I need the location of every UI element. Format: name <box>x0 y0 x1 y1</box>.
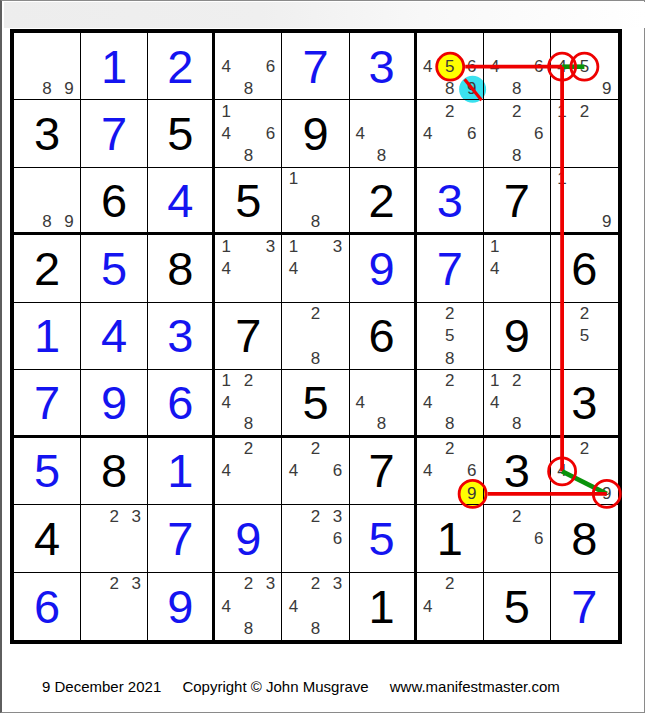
candidate-6 <box>259 257 281 279</box>
cell-r5c2[interactable]: 4 <box>81 303 148 370</box>
cell-r1c1[interactable]: 89 <box>14 33 81 100</box>
cell-r3c2[interactable]: 6 <box>81 168 148 235</box>
candidate-grid: 258 <box>417 303 483 369</box>
cell-value: 1 <box>101 43 127 90</box>
candidate-1 <box>215 573 237 595</box>
candidate-grid: 25 <box>551 303 618 369</box>
candidate-9 <box>528 280 550 302</box>
candidate-9: 9 <box>58 211 80 232</box>
cell-r1c7[interactable]: 45689 <box>417 33 484 100</box>
candidate-6 <box>327 257 349 279</box>
cell-r4c7[interactable]: 7 <box>417 235 484 302</box>
cell-r7c9[interactable]: 249 <box>551 438 618 505</box>
cell-r2c3[interactable]: 5 <box>148 100 215 167</box>
candidate-3 <box>596 168 618 189</box>
candidate-5 <box>36 55 58 77</box>
cell-r2c4[interactable]: 1468 <box>215 100 282 167</box>
cell-r9c8[interactable]: 5 <box>484 573 551 640</box>
candidate-3 <box>528 100 550 122</box>
candidate-8 <box>439 618 461 640</box>
candidate-1 <box>551 303 573 325</box>
cell-r9c1[interactable]: 6 <box>14 573 81 640</box>
candidate-8 <box>237 280 259 302</box>
candidate-8 <box>573 482 595 504</box>
candidate-7 <box>215 482 237 504</box>
candidate-6: 6 <box>259 123 281 145</box>
candidate-5 <box>237 460 259 482</box>
cell-value: 7 <box>101 110 127 157</box>
candidate-2: 2 <box>573 100 595 122</box>
candidate-7 <box>215 618 237 640</box>
cell-value: 9 <box>235 515 261 562</box>
candidate-grid: 246 <box>282 438 348 504</box>
cell-r3c1[interactable]: 89 <box>14 168 81 235</box>
cell-r1c2[interactable]: 1 <box>81 33 148 100</box>
cell-r7c1[interactable]: 5 <box>14 438 81 505</box>
cell-r3c4[interactable]: 5 <box>215 168 282 235</box>
candidate-2: 2 <box>304 303 326 325</box>
candidate-5 <box>237 595 259 617</box>
candidate-8: 8 <box>237 145 259 167</box>
candidate-6 <box>58 189 80 210</box>
cell-r1c4[interactable]: 468 <box>215 33 282 100</box>
cell-r2c2[interactable]: 7 <box>81 100 148 167</box>
cell-value: 5 <box>101 245 127 292</box>
candidate-5 <box>304 595 326 617</box>
candidate-grid: 12 <box>551 100 618 166</box>
candidate-3 <box>392 370 413 391</box>
candidate-6: 6 <box>461 460 483 482</box>
cell-r5c5[interactable]: 28 <box>282 303 349 370</box>
candidate-3: 3 <box>327 573 349 595</box>
cell-r5c4[interactable]: 7 <box>215 303 282 370</box>
candidate-4: 4 <box>417 595 439 617</box>
candidate-4 <box>282 189 304 210</box>
candidate-5 <box>506 257 528 279</box>
candidate-7 <box>417 618 439 640</box>
cell-r2c1[interactable]: 3 <box>14 100 81 167</box>
candidate-7 <box>215 145 237 167</box>
candidate-3 <box>461 438 483 460</box>
candidate-2: 2 <box>439 438 461 460</box>
candidate-1: 1 <box>551 100 573 122</box>
cell-r9c4[interactable]: 2348 <box>215 573 282 640</box>
cell-r8c2[interactable]: 23 <box>81 505 148 572</box>
cell-r7c6[interactable]: 7 <box>350 438 417 505</box>
candidate-grid: 468 <box>484 33 550 99</box>
cell-r3c9[interactable]: 19 <box>551 168 618 235</box>
candidate-9: 9 <box>461 482 483 504</box>
candidate-6 <box>259 392 281 413</box>
cell-value: 6 <box>571 245 597 292</box>
candidate-3 <box>596 303 618 325</box>
cell-value: 5 <box>235 177 261 224</box>
candidate-7 <box>551 211 573 232</box>
cell-r9c9[interactable]: 7 <box>551 573 618 640</box>
cell-r5c3[interactable]: 3 <box>148 303 215 370</box>
candidate-5 <box>304 257 326 279</box>
candidate-2: 2 <box>439 370 461 391</box>
candidate-6: 6 <box>259 55 281 77</box>
candidate-grid: 1248 <box>484 370 550 434</box>
cell-r4c3[interactable]: 8 <box>148 235 215 302</box>
candidate-1 <box>551 33 573 55</box>
candidate-5 <box>237 123 259 145</box>
candidate-8: 8 <box>36 77 58 99</box>
candidate-7 <box>484 77 506 99</box>
cell-r4c2[interactable]: 5 <box>81 235 148 302</box>
candidate-4 <box>484 527 506 549</box>
cell-r3c5[interactable]: 18 <box>282 168 349 235</box>
candidate-3 <box>596 438 618 460</box>
cell-r3c7[interactable]: 3 <box>417 168 484 235</box>
candidate-3 <box>461 100 483 122</box>
candidate-8 <box>573 347 595 369</box>
cell-r5c7[interactable]: 258 <box>417 303 484 370</box>
candidate-grid: 134 <box>282 235 348 301</box>
candidate-4: 4 <box>417 392 439 413</box>
candidate-2 <box>439 33 461 55</box>
candidate-6 <box>528 392 550 413</box>
cell-r8c8[interactable]: 26 <box>484 505 551 572</box>
candidate-grid: 89 <box>14 168 80 232</box>
sudoku-page: 8912468734568946845937514689482462681289… <box>0 0 650 720</box>
cell-r5c9[interactable]: 25 <box>551 303 618 370</box>
candidate-4: 4 <box>551 55 573 77</box>
cell-r2c8[interactable]: 268 <box>484 100 551 167</box>
cell-r1c8[interactable]: 468 <box>484 33 551 100</box>
candidate-3 <box>327 438 349 460</box>
candidate-5: 5 <box>439 325 461 347</box>
candidate-5 <box>506 55 528 77</box>
cell-r6c9[interactable]: 3 <box>551 370 618 437</box>
candidate-1: 1 <box>282 235 304 257</box>
cell-r8c3[interactable]: 7 <box>148 505 215 572</box>
candidate-1 <box>282 438 304 460</box>
candidate-2 <box>237 235 259 257</box>
cell-value: 1 <box>34 312 60 359</box>
cell-r1c6[interactable]: 3 <box>350 33 417 100</box>
candidate-3 <box>528 33 550 55</box>
candidate-6: 6 <box>528 123 550 145</box>
candidate-7 <box>417 77 439 99</box>
cell-value: 3 <box>571 379 597 426</box>
cell-r8c4[interactable]: 9 <box>215 505 282 572</box>
candidate-1 <box>484 33 506 55</box>
candidate-2 <box>36 168 58 189</box>
candidate-1 <box>417 33 439 55</box>
cell-value: 4 <box>167 177 193 224</box>
cell-value: 7 <box>437 245 463 292</box>
candidate-9 <box>259 482 281 504</box>
cell-r6c7[interactable]: 248 <box>417 370 484 437</box>
candidate-5 <box>36 189 58 210</box>
cell-value: 5 <box>167 110 193 157</box>
cell-value: 1 <box>437 515 463 562</box>
candidate-grid: 24 <box>215 438 281 504</box>
cell-value: 7 <box>302 43 328 90</box>
candidate-1: 1 <box>484 370 506 391</box>
candidate-8 <box>573 211 595 232</box>
candidate-5 <box>573 460 595 482</box>
candidate-3 <box>259 438 281 460</box>
cell-r5c6[interactable]: 6 <box>350 303 417 370</box>
candidate-grid: 14 <box>484 235 550 301</box>
cell-r6c8[interactable]: 1248 <box>484 370 551 437</box>
candidate-6 <box>392 123 413 145</box>
candidate-grid: 249 <box>551 438 618 504</box>
cell-value: 9 <box>167 583 193 630</box>
candidate-6 <box>461 392 483 413</box>
candidate-3 <box>596 33 618 55</box>
candidate-6 <box>327 325 349 347</box>
candidate-4 <box>282 527 304 549</box>
candidate-9 <box>259 145 281 167</box>
cell-r2c6[interactable]: 48 <box>350 100 417 167</box>
cell-r1c3[interactable]: 2 <box>148 33 215 100</box>
cell-r8c7[interactable]: 1 <box>417 505 484 572</box>
candidate-grid: 248 <box>417 370 483 434</box>
candidate-7 <box>484 280 506 302</box>
candidate-grid: 19 <box>551 168 618 232</box>
candidate-5: 5 <box>439 55 461 77</box>
footer-website: www.manifestmaster.com <box>390 678 560 695</box>
cell-r9c3[interactable]: 9 <box>148 573 215 640</box>
candidate-9 <box>327 549 349 571</box>
candidate-3: 3 <box>327 235 349 257</box>
candidate-3 <box>528 370 550 391</box>
candidate-3 <box>259 370 281 391</box>
candidate-grid: 268 <box>484 100 550 166</box>
cell-value: 2 <box>34 245 60 292</box>
candidate-6 <box>259 595 281 617</box>
candidate-3 <box>528 235 550 257</box>
cell-r5c1[interactable]: 1 <box>14 303 81 370</box>
candidate-2: 2 <box>573 438 595 460</box>
candidate-1 <box>417 370 439 391</box>
candidate-9 <box>596 145 618 167</box>
candidate-5 <box>237 55 259 77</box>
candidate-5 <box>304 189 326 210</box>
cell-r2c5[interactable]: 9 <box>282 100 349 167</box>
candidate-2 <box>36 33 58 55</box>
cell-r8c5[interactable]: 236 <box>282 505 349 572</box>
candidate-5 <box>103 595 125 617</box>
cell-r4c1[interactable]: 2 <box>14 235 81 302</box>
candidate-7 <box>417 413 439 434</box>
candidate-7 <box>282 549 304 571</box>
candidate-9: 9 <box>596 482 618 504</box>
cell-r5c8[interactable]: 9 <box>484 303 551 370</box>
candidate-9 <box>259 618 281 640</box>
candidate-6 <box>327 595 349 617</box>
cell-r2c9[interactable]: 12 <box>551 100 618 167</box>
candidate-1 <box>14 168 36 189</box>
candidate-5 <box>439 595 461 617</box>
cell-r6c5[interactable]: 5 <box>282 370 349 437</box>
cell-value: 5 <box>504 583 530 630</box>
candidate-1 <box>215 438 237 460</box>
cell-r3c3[interactable]: 4 <box>148 168 215 235</box>
candidate-9 <box>259 413 281 434</box>
candidate-7 <box>551 77 573 99</box>
cell-r9c2[interactable]: 23 <box>81 573 148 640</box>
candidate-grid: 459 <box>551 33 618 99</box>
candidate-6 <box>596 325 618 347</box>
candidate-1: 1 <box>215 370 237 391</box>
candidate-8: 8 <box>506 77 528 99</box>
candidate-4: 4 <box>484 55 506 77</box>
candidate-2: 2 <box>304 438 326 460</box>
candidate-5 <box>573 123 595 145</box>
candidate-grid: 134 <box>215 235 281 301</box>
candidate-4: 4 <box>417 460 439 482</box>
candidate-7 <box>484 413 506 434</box>
candidate-5 <box>439 460 461 482</box>
candidate-4: 4 <box>215 595 237 617</box>
footer: 9 December 2021 Copyright © John Musgrav… <box>42 678 577 695</box>
candidate-7 <box>484 145 506 167</box>
candidate-4: 4 <box>215 460 237 482</box>
candidate-1: 1 <box>282 168 304 189</box>
candidate-8: 8 <box>506 145 528 167</box>
candidate-8: 8 <box>237 413 259 434</box>
candidate-grid: 18 <box>282 168 348 232</box>
candidate-6: 6 <box>528 55 550 77</box>
cell-r9c5[interactable]: 2348 <box>282 573 349 640</box>
cell-value: 3 <box>437 177 463 224</box>
candidate-8 <box>103 549 125 571</box>
cell-r6c3[interactable]: 6 <box>148 370 215 437</box>
candidate-4: 4 <box>215 55 237 77</box>
candidate-3 <box>596 100 618 122</box>
candidate-7 <box>282 482 304 504</box>
candidate-8: 8 <box>439 77 461 99</box>
candidate-7 <box>81 618 103 640</box>
candidate-8 <box>304 549 326 571</box>
candidate-7 <box>551 482 573 504</box>
candidate-2 <box>573 33 595 55</box>
cell-r9c7[interactable]: 24 <box>417 573 484 640</box>
cell-value: 5 <box>302 379 328 426</box>
candidate-2: 2 <box>304 505 326 527</box>
cell-r6c6[interactable]: 48 <box>350 370 417 437</box>
candidate-5 <box>237 392 259 413</box>
candidate-grid: 26 <box>484 505 550 571</box>
candidate-3: 3 <box>125 573 147 595</box>
cell-r7c8[interactable]: 3 <box>484 438 551 505</box>
candidate-grid: 23 <box>81 573 147 640</box>
cell-r1c5[interactable]: 7 <box>282 33 349 100</box>
cell-r3c6[interactable]: 2 <box>350 168 417 235</box>
candidate-7 <box>282 211 304 232</box>
candidate-8 <box>304 482 326 504</box>
candidate-7 <box>417 145 439 167</box>
candidate-5 <box>506 123 528 145</box>
candidate-9 <box>461 145 483 167</box>
candidate-4 <box>282 325 304 347</box>
cell-r8c1[interactable]: 4 <box>14 505 81 572</box>
candidate-1 <box>551 438 573 460</box>
candidate-7 <box>282 618 304 640</box>
candidate-grid: 468 <box>215 33 281 99</box>
candidate-3 <box>327 303 349 325</box>
candidate-8 <box>237 482 259 504</box>
cell-r4c6[interactable]: 9 <box>350 235 417 302</box>
candidate-9 <box>528 77 550 99</box>
candidate-8 <box>506 549 528 571</box>
candidate-9 <box>528 145 550 167</box>
candidate-6 <box>125 595 147 617</box>
cell-r2c7[interactable]: 246 <box>417 100 484 167</box>
candidate-grid: 246 <box>417 100 483 166</box>
cell-r1c9[interactable]: 459 <box>551 33 618 100</box>
candidate-3 <box>392 100 413 122</box>
cell-r8c9[interactable]: 8 <box>551 505 618 572</box>
candidate-9 <box>596 347 618 369</box>
cell-r4c8[interactable]: 14 <box>484 235 551 302</box>
candidate-grid: 1468 <box>215 100 281 166</box>
candidate-5 <box>506 527 528 549</box>
cell-r4c9[interactable]: 6 <box>551 235 618 302</box>
cell-value: 7 <box>167 515 193 562</box>
candidate-grid: 23 <box>81 505 147 571</box>
candidate-4: 4 <box>350 123 371 145</box>
candidate-2: 2 <box>506 100 528 122</box>
candidate-7 <box>484 549 506 571</box>
candidate-9 <box>392 145 413 167</box>
cell-r4c4[interactable]: 134 <box>215 235 282 302</box>
cell-value: 9 <box>504 312 530 359</box>
candidate-2 <box>371 370 392 391</box>
candidate-4 <box>81 595 103 617</box>
candidate-6 <box>596 189 618 210</box>
cell-r3c8[interactable]: 7 <box>484 168 551 235</box>
cell-r9c6[interactable]: 1 <box>350 573 417 640</box>
cell-r7c3[interactable]: 1 <box>148 438 215 505</box>
cell-value: 3 <box>504 447 530 494</box>
candidate-6 <box>392 392 413 413</box>
cell-r4c5[interactable]: 134 <box>282 235 349 302</box>
candidate-5 <box>506 392 528 413</box>
cell-r6c2[interactable]: 9 <box>81 370 148 437</box>
candidate-grid: 28 <box>282 303 348 369</box>
candidate-8: 8 <box>36 211 58 232</box>
candidate-9: 9 <box>461 77 483 99</box>
candidate-2 <box>304 168 326 189</box>
candidate-4 <box>551 189 573 210</box>
candidate-7 <box>350 413 371 434</box>
candidate-2 <box>371 100 392 122</box>
candidate-9 <box>259 77 281 99</box>
candidate-5 <box>304 460 326 482</box>
cell-r7c5[interactable]: 246 <box>282 438 349 505</box>
candidate-2: 2 <box>506 505 528 527</box>
cell-r6c4[interactable]: 1248 <box>215 370 282 437</box>
cell-r7c4[interactable]: 24 <box>215 438 282 505</box>
candidate-5 <box>304 527 326 549</box>
cell-r7c7[interactable]: 2469 <box>417 438 484 505</box>
cell-r7c2[interactable]: 8 <box>81 438 148 505</box>
cell-r8c6[interactable]: 5 <box>350 505 417 572</box>
candidate-6 <box>461 325 483 347</box>
cell-r6c1[interactable]: 7 <box>14 370 81 437</box>
candidate-3: 3 <box>259 235 281 257</box>
candidate-2 <box>304 235 326 257</box>
candidate-9 <box>461 413 483 434</box>
candidate-2 <box>573 168 595 189</box>
candidate-8: 8 <box>371 413 392 434</box>
